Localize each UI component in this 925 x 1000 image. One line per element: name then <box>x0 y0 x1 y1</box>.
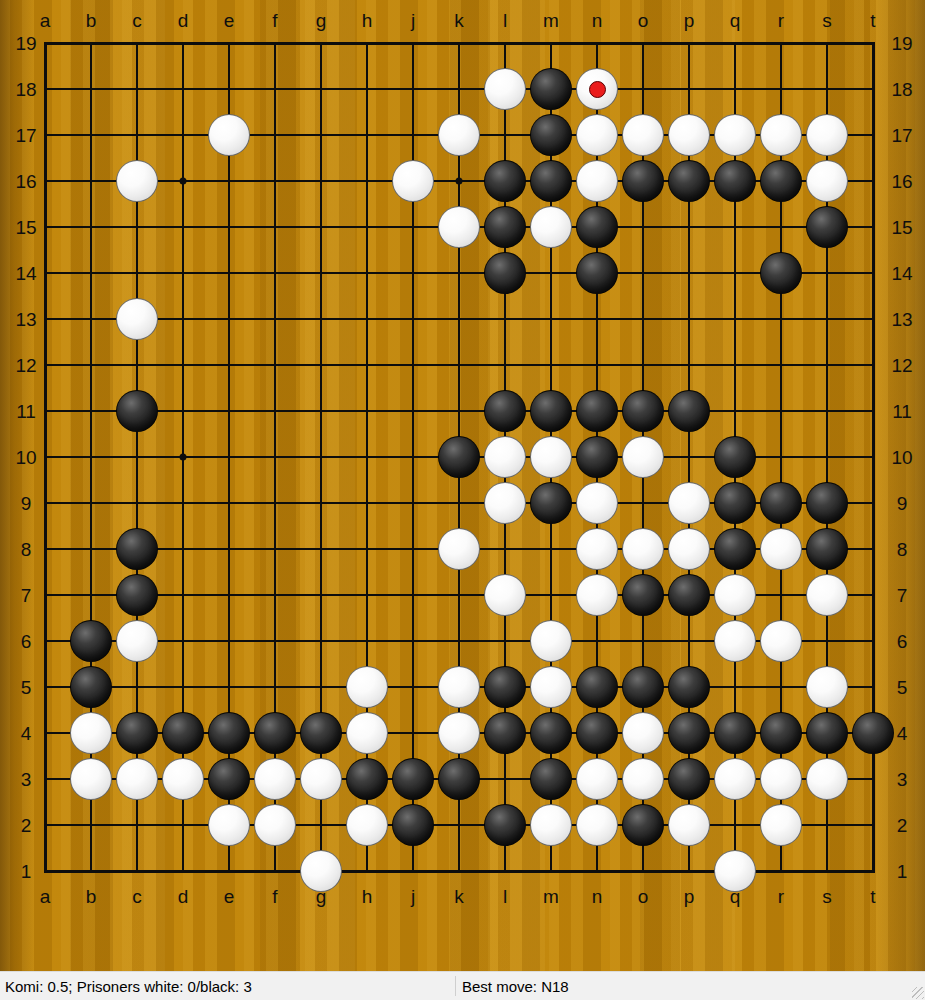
black-stone <box>254 712 296 754</box>
black-stone <box>530 482 572 524</box>
white-stone <box>70 758 112 800</box>
row-label-left: 16 <box>15 172 36 191</box>
column-label-bottom: a <box>40 887 51 906</box>
black-stone <box>484 390 526 432</box>
row-label-right: 18 <box>891 80 912 99</box>
white-stone <box>576 160 618 202</box>
white-stone <box>208 114 250 156</box>
white-stone <box>714 850 756 892</box>
column-label-top: g <box>316 11 327 30</box>
column-label-bottom: p <box>684 887 695 906</box>
black-stone <box>576 436 618 478</box>
column-label-top: p <box>684 11 695 30</box>
black-stone <box>714 712 756 754</box>
column-label-top: j <box>411 11 415 30</box>
column-label-bottom: m <box>543 887 559 906</box>
white-stone <box>530 666 572 708</box>
row-label-left: 7 <box>21 586 32 605</box>
column-label-top: t <box>870 11 875 30</box>
black-stone <box>70 666 112 708</box>
white-stone <box>530 620 572 662</box>
black-stone <box>576 206 618 248</box>
column-label-top: c <box>132 11 142 30</box>
white-stone <box>70 712 112 754</box>
row-label-right: 10 <box>891 448 912 467</box>
row-label-left: 14 <box>15 264 36 283</box>
white-stone <box>254 804 296 846</box>
row-label-left: 15 <box>15 218 36 237</box>
row-label-right: 11 <box>892 402 912 421</box>
black-stone <box>576 390 618 432</box>
white-stone <box>622 758 664 800</box>
row-label-right: 15 <box>891 218 912 237</box>
row-label-left: 13 <box>15 310 36 329</box>
column-label-bottom: h <box>362 887 373 906</box>
white-stone <box>438 114 480 156</box>
white-stone <box>760 528 802 570</box>
black-stone <box>668 758 710 800</box>
column-label-top: n <box>592 11 603 30</box>
black-stone <box>668 390 710 432</box>
white-stone <box>116 620 158 662</box>
go-board[interactable]: aabbccddeeffgghhjjkkllmmnnooppqqrrsstt19… <box>0 0 925 971</box>
best-move-marker <box>589 81 606 98</box>
black-stone <box>116 712 158 754</box>
white-stone <box>668 804 710 846</box>
black-stone <box>70 620 112 662</box>
white-stone <box>346 666 388 708</box>
black-stone <box>530 114 572 156</box>
row-label-left: 19 <box>15 34 36 53</box>
status-divider <box>455 976 456 996</box>
black-stone <box>576 666 618 708</box>
column-label-bottom: t <box>870 887 875 906</box>
white-stone <box>622 114 664 156</box>
white-stone <box>760 114 802 156</box>
black-stone <box>484 804 526 846</box>
black-stone <box>484 666 526 708</box>
white-stone <box>484 68 526 110</box>
black-stone <box>622 804 664 846</box>
column-label-top: l <box>503 11 507 30</box>
white-stone <box>484 482 526 524</box>
white-stone <box>714 574 756 616</box>
white-stone <box>254 758 296 800</box>
column-label-bottom: d <box>178 887 189 906</box>
row-label-right: 13 <box>891 310 912 329</box>
black-stone <box>806 482 848 524</box>
column-label-top: o <box>638 11 649 30</box>
column-label-top: d <box>178 11 189 30</box>
white-stone <box>576 528 618 570</box>
row-label-left: 11 <box>16 402 36 421</box>
white-stone <box>116 160 158 202</box>
row-label-right: 17 <box>891 126 912 145</box>
white-stone <box>300 850 342 892</box>
row-label-right: 14 <box>891 264 912 283</box>
row-label-left: 8 <box>21 540 32 559</box>
white-stone <box>438 206 480 248</box>
row-label-left: 2 <box>21 816 32 835</box>
row-label-left: 1 <box>21 862 32 881</box>
column-label-top: h <box>362 11 373 30</box>
black-stone <box>576 252 618 294</box>
white-stone <box>622 436 664 478</box>
white-stone <box>806 114 848 156</box>
white-stone <box>438 666 480 708</box>
white-stone <box>346 804 388 846</box>
black-stone <box>116 528 158 570</box>
black-stone <box>668 666 710 708</box>
black-stone <box>760 482 802 524</box>
black-stone <box>208 758 250 800</box>
black-stone <box>530 390 572 432</box>
white-stone <box>300 758 342 800</box>
column-label-bottom: f <box>272 887 277 906</box>
row-label-right: 2 <box>897 816 908 835</box>
white-stone <box>530 436 572 478</box>
column-label-bottom: s <box>822 887 832 906</box>
black-stone <box>668 574 710 616</box>
white-stone <box>760 758 802 800</box>
black-stone <box>484 206 526 248</box>
black-stone <box>484 160 526 202</box>
column-label-bottom: j <box>411 887 415 906</box>
white-stone <box>208 804 250 846</box>
white-stone <box>668 482 710 524</box>
star-point <box>180 178 187 185</box>
row-label-right: 1 <box>897 862 908 881</box>
white-stone <box>760 804 802 846</box>
row-label-right: 5 <box>897 678 908 697</box>
white-stone <box>668 528 710 570</box>
row-label-left: 4 <box>21 724 32 743</box>
row-label-right: 16 <box>891 172 912 191</box>
black-stone <box>162 712 204 754</box>
white-stone <box>392 160 434 202</box>
white-stone <box>346 712 388 754</box>
row-label-left: 3 <box>21 770 32 789</box>
black-stone <box>392 758 434 800</box>
column-label-bottom: o <box>638 887 649 906</box>
white-stone <box>576 758 618 800</box>
row-label-left: 9 <box>21 494 32 513</box>
column-label-bottom: k <box>454 887 464 906</box>
white-stone <box>806 574 848 616</box>
row-label-left: 6 <box>21 632 32 651</box>
white-stone <box>116 758 158 800</box>
black-stone <box>300 712 342 754</box>
white-stone <box>668 114 710 156</box>
white-stone <box>530 206 572 248</box>
black-stone <box>622 390 664 432</box>
row-label-left: 10 <box>15 448 36 467</box>
black-stone <box>622 574 664 616</box>
row-label-left: 5 <box>21 678 32 697</box>
row-label-left: 12 <box>15 356 36 375</box>
black-stone <box>714 482 756 524</box>
black-stone <box>760 252 802 294</box>
white-stone <box>576 804 618 846</box>
row-label-right: 6 <box>897 632 908 651</box>
black-stone <box>530 160 572 202</box>
black-stone <box>392 804 434 846</box>
column-label-bottom: c <box>132 887 142 906</box>
white-stone <box>806 160 848 202</box>
column-label-bottom: l <box>503 887 507 906</box>
white-stone <box>576 482 618 524</box>
black-stone <box>806 528 848 570</box>
black-stone <box>116 390 158 432</box>
white-stone <box>806 666 848 708</box>
white-stone <box>438 712 480 754</box>
black-stone <box>714 528 756 570</box>
black-stone <box>208 712 250 754</box>
black-stone <box>530 68 572 110</box>
black-stone <box>714 436 756 478</box>
column-label-top: f <box>272 11 277 30</box>
white-stone <box>438 528 480 570</box>
white-stone <box>622 528 664 570</box>
black-stone <box>668 160 710 202</box>
white-stone <box>714 114 756 156</box>
row-label-right: 9 <box>897 494 908 513</box>
black-stone <box>852 712 894 754</box>
column-label-bottom: r <box>778 887 784 906</box>
row-label-right: 3 <box>897 770 908 789</box>
black-stone <box>116 574 158 616</box>
status-game-info: Komi: 0.5; Prisoners white: 0/black: 3 <box>5 978 252 995</box>
black-stone <box>438 758 480 800</box>
row-label-left: 17 <box>15 126 36 145</box>
black-stone <box>530 758 572 800</box>
column-label-top: k <box>454 11 464 30</box>
black-stone <box>806 206 848 248</box>
white-stone <box>576 114 618 156</box>
white-stone <box>576 574 618 616</box>
white-stone <box>806 758 848 800</box>
row-label-right: 12 <box>891 356 912 375</box>
black-stone <box>622 666 664 708</box>
resize-grip-icon[interactable] <box>912 987 924 999</box>
black-stone <box>622 160 664 202</box>
column-label-top: q <box>730 11 741 30</box>
column-label-top: a <box>40 11 51 30</box>
row-label-left: 18 <box>15 80 36 99</box>
white-stone <box>714 620 756 662</box>
row-label-right: 4 <box>897 724 908 743</box>
white-stone <box>484 574 526 616</box>
status-bar: Komi: 0.5; Prisoners white: 0/black: 3 B… <box>0 971 925 1000</box>
black-stone <box>346 758 388 800</box>
row-label-right: 8 <box>897 540 908 559</box>
column-label-bottom: n <box>592 887 603 906</box>
column-label-bottom: e <box>224 887 235 906</box>
black-stone <box>576 712 618 754</box>
black-stone <box>760 712 802 754</box>
column-label-top: r <box>778 11 784 30</box>
column-label-top: m <box>543 11 559 30</box>
go-app-window: aabbccddeeffgghhjjkkllmmnnooppqqrrsstt19… <box>0 0 925 1000</box>
black-stone <box>668 712 710 754</box>
column-label-top: b <box>86 11 97 30</box>
black-stone <box>484 712 526 754</box>
row-label-right: 19 <box>891 34 912 53</box>
white-stone <box>760 620 802 662</box>
column-label-top: s <box>822 11 832 30</box>
white-stone <box>162 758 204 800</box>
black-stone <box>806 712 848 754</box>
column-label-top: e <box>224 11 235 30</box>
black-stone <box>714 160 756 202</box>
row-label-right: 7 <box>897 586 908 605</box>
white-stone <box>484 436 526 478</box>
black-stone <box>760 160 802 202</box>
column-label-bottom: b <box>86 887 97 906</box>
white-stone <box>714 758 756 800</box>
white-stone <box>116 298 158 340</box>
white-stone <box>530 804 572 846</box>
black-stone <box>438 436 480 478</box>
white-stone <box>622 712 664 754</box>
star-point <box>456 178 463 185</box>
black-stone <box>484 252 526 294</box>
status-best-move: Best move: N18 <box>462 978 569 995</box>
black-stone <box>530 712 572 754</box>
star-point <box>180 454 187 461</box>
